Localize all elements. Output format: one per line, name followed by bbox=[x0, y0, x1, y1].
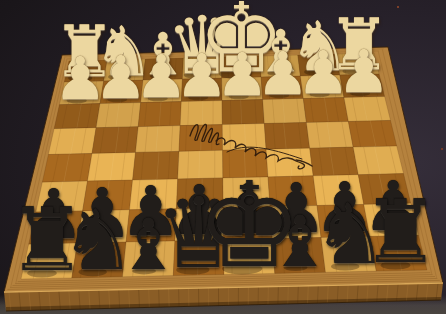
square-c5 bbox=[133, 151, 179, 180]
square-b5 bbox=[88, 152, 136, 181]
square-d5 bbox=[178, 150, 223, 179]
square-a5 bbox=[42, 154, 92, 183]
square-g5 bbox=[310, 147, 359, 176]
board-squares bbox=[21, 53, 427, 279]
photo-scene: ♜♞♝♛♚♝♞♜♟♟♟♟♟♟♟♟♟♟♟♟♟♟♟♟♜♞♝♛♚♝♞♜ bbox=[0, 0, 446, 314]
square-h5 bbox=[353, 146, 403, 175]
chess-board bbox=[0, 0, 446, 314]
square-d6 bbox=[176, 178, 223, 209]
square-b6 bbox=[83, 180, 133, 211]
square-e6 bbox=[223, 177, 270, 208]
square-g6 bbox=[313, 175, 364, 206]
